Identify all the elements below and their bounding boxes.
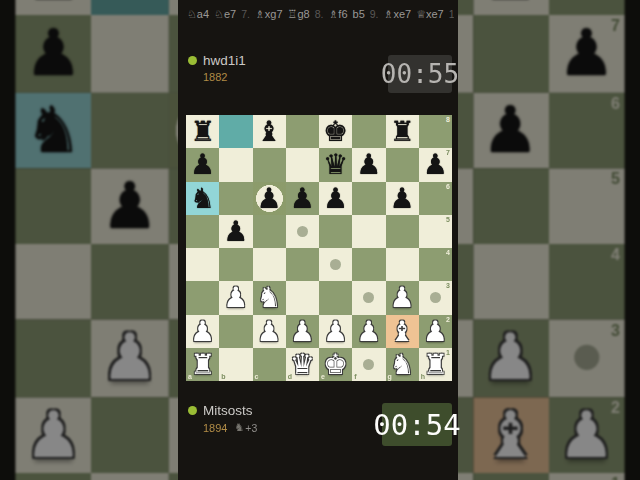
square-g6[interactable]: ♟ bbox=[386, 182, 419, 215]
black-pawn[interactable]: ♟ bbox=[25, 16, 83, 92]
move-hint-dot[interactable] bbox=[363, 359, 374, 370]
move[interactable]: ♗xe7 bbox=[384, 8, 412, 21]
square-e4[interactable] bbox=[319, 248, 352, 281]
square-c1[interactable]: c bbox=[253, 348, 286, 381]
square-h2[interactable]: ♟2 bbox=[548, 396, 624, 472]
square-a5[interactable] bbox=[186, 215, 219, 248]
square-g2[interactable]: ♝ bbox=[472, 396, 548, 472]
white-pawn[interactable]: ♟ bbox=[558, 397, 616, 473]
square-a7[interactable]: ♟ bbox=[186, 148, 219, 181]
square-d2[interactable]: ♟ bbox=[286, 315, 319, 348]
move[interactable]: b5 bbox=[353, 8, 365, 20]
square-f3[interactable] bbox=[352, 281, 385, 314]
square-e8[interactable]: ♚ bbox=[319, 115, 352, 148]
square-g4[interactable] bbox=[472, 244, 548, 320]
square-h5[interactable]: 5 bbox=[548, 168, 624, 244]
white-king[interactable]: ♚ bbox=[323, 348, 348, 381]
chess-board[interactable]: ♜♝♚♜8♟♛♟♟7♞♟♟♟♟6♟54♟♞♟3♟♟♟♟♟♝♟2♜abc♛d♚ef… bbox=[186, 115, 452, 381]
square-h6[interactable]: 6 bbox=[548, 92, 624, 168]
square-h3[interactable]: 3 bbox=[548, 320, 624, 396]
square-g1[interactable]: ♞g bbox=[386, 348, 419, 381]
white-bishop[interactable]: ♝ bbox=[482, 397, 540, 473]
clock-bottom: 00:54 bbox=[382, 403, 452, 446]
black-pawn[interactable]: ♟ bbox=[423, 148, 448, 181]
square-a5[interactable] bbox=[15, 168, 91, 244]
square-b2[interactable] bbox=[219, 315, 252, 348]
square-b8[interactable] bbox=[92, 0, 168, 16]
white-pawn[interactable]: ♟ bbox=[482, 320, 540, 396]
black-bishop[interactable]: ♝ bbox=[257, 115, 282, 148]
rank-coordinate: 3 bbox=[446, 282, 450, 289]
white-pawn[interactable]: ♟ bbox=[257, 315, 282, 348]
square-d5[interactable] bbox=[286, 215, 319, 248]
square-c2[interactable]: ♟ bbox=[253, 315, 286, 348]
file-coordinate: f bbox=[354, 373, 356, 380]
black-pawn[interactable]: ♟ bbox=[356, 148, 381, 181]
white-pawn[interactable]: ♟ bbox=[356, 315, 381, 348]
square-b7[interactable] bbox=[92, 16, 168, 92]
black-pawn[interactable]: ♟ bbox=[257, 182, 282, 215]
white-rook[interactable]: ♜ bbox=[558, 473, 616, 480]
white-knight[interactable]: ♞ bbox=[482, 473, 540, 480]
square-d6[interactable]: ♟ bbox=[286, 182, 319, 215]
black-rook[interactable]: ♜ bbox=[482, 0, 540, 15]
square-d7[interactable] bbox=[286, 148, 319, 181]
square-b3[interactable]: ♟ bbox=[219, 281, 252, 314]
square-a7[interactable]: ♟ bbox=[15, 16, 91, 92]
square-b4[interactable] bbox=[92, 244, 168, 320]
square-g7[interactable] bbox=[386, 148, 419, 181]
move-number: 10. bbox=[449, 8, 454, 20]
square-h1[interactable]: ♜1h bbox=[419, 348, 452, 381]
square-c7[interactable] bbox=[253, 148, 286, 181]
square-b8[interactable] bbox=[219, 115, 252, 148]
square-g5[interactable] bbox=[386, 215, 419, 248]
square-h7[interactable]: ♟7 bbox=[419, 148, 452, 181]
square-h2[interactable]: ♟2 bbox=[419, 315, 452, 348]
move-hint-dot[interactable] bbox=[430, 292, 441, 303]
material-advantage: ♞ +3 bbox=[234, 421, 257, 434]
rank-coordinate: 5 bbox=[611, 170, 620, 186]
black-queen[interactable]: ♛ bbox=[323, 148, 348, 181]
square-h4[interactable]: 4 bbox=[548, 244, 624, 320]
rank-coordinate: 8 bbox=[446, 116, 450, 123]
black-pawn[interactable]: ♟ bbox=[323, 182, 348, 215]
square-g3[interactable]: ♟ bbox=[472, 320, 548, 396]
square-g8[interactable]: ♜ bbox=[386, 115, 419, 148]
square-c5[interactable] bbox=[253, 215, 286, 248]
square-b3[interactable]: ♟ bbox=[92, 320, 168, 396]
player-bottom-rating: 1894 bbox=[203, 422, 227, 434]
square-h3[interactable]: 3 bbox=[419, 281, 452, 314]
black-pawn[interactable]: ♟ bbox=[190, 148, 215, 181]
white-rook[interactable]: ♜ bbox=[190, 348, 215, 381]
square-b5[interactable]: ♟ bbox=[219, 215, 252, 248]
file-coordinate: b bbox=[221, 373, 225, 380]
square-h6[interactable]: 6 bbox=[419, 182, 452, 215]
square-c4[interactable] bbox=[253, 248, 286, 281]
square-f2[interactable]: ♟ bbox=[352, 315, 385, 348]
black-rook[interactable]: ♜ bbox=[390, 115, 415, 148]
square-g6[interactable]: ♟ bbox=[472, 92, 548, 168]
move[interactable]: ♘e7 bbox=[214, 8, 236, 21]
game-panel: ♘a4♘e77.♗xg7♖g88.♗f6b59.♗xe7♕xe710.♘c3♘a… bbox=[178, 0, 458, 480]
square-h7[interactable]: ♟7 bbox=[548, 16, 624, 92]
move-hint-dot[interactable] bbox=[363, 292, 374, 303]
black-rook[interactable]: ♜ bbox=[25, 0, 83, 15]
square-g3[interactable]: ♟ bbox=[386, 281, 419, 314]
square-c3[interactable]: ♞ bbox=[253, 281, 286, 314]
online-indicator bbox=[188, 406, 197, 415]
square-h1[interactable]: ♜1h bbox=[548, 472, 624, 480]
square-f5[interactable] bbox=[352, 215, 385, 248]
black-pawn[interactable]: ♟ bbox=[390, 182, 415, 215]
square-g2[interactable]: ♝ bbox=[386, 315, 419, 348]
player-bottom-name[interactable]: Mitsosts bbox=[203, 403, 253, 418]
square-g1[interactable]: ♞g bbox=[472, 472, 548, 480]
square-g8[interactable]: ♜ bbox=[472, 0, 548, 16]
square-a4[interactable] bbox=[186, 248, 219, 281]
square-b6[interactable] bbox=[219, 182, 252, 215]
square-e7[interactable]: ♛ bbox=[319, 148, 352, 181]
square-g5[interactable] bbox=[472, 168, 548, 244]
move[interactable]: ♕xe7 bbox=[416, 8, 444, 21]
move-hint-dot[interactable] bbox=[574, 346, 599, 371]
white-knight[interactable]: ♞ bbox=[257, 281, 282, 314]
black-king[interactable]: ♚ bbox=[323, 115, 348, 148]
player-top: hwd1i1 1882 00:55 bbox=[188, 53, 452, 99]
online-indicator bbox=[188, 56, 197, 65]
move-number: 7. bbox=[241, 8, 250, 20]
black-pawn[interactable]: ♟ bbox=[290, 182, 315, 215]
white-pawn[interactable]: ♟ bbox=[390, 281, 415, 314]
move[interactable]: ♗f6 bbox=[328, 8, 347, 21]
square-b2[interactable] bbox=[92, 396, 168, 472]
rank-coordinate: 5 bbox=[446, 216, 450, 223]
black-pawn[interactable]: ♟ bbox=[223, 215, 248, 248]
black-pawn[interactable]: ♟ bbox=[558, 16, 616, 92]
square-b1[interactable]: b bbox=[219, 348, 252, 381]
player-top-rating: 1882 bbox=[203, 71, 227, 83]
square-d8[interactable] bbox=[286, 115, 319, 148]
square-a8[interactable]: ♜ bbox=[186, 115, 219, 148]
white-pawn[interactable]: ♟ bbox=[101, 320, 159, 396]
player-top-name[interactable]: hwd1i1 bbox=[203, 53, 246, 68]
square-d1[interactable]: ♛d bbox=[286, 348, 319, 381]
square-a2[interactable]: ♟ bbox=[15, 396, 91, 472]
black-pawn[interactable]: ♟ bbox=[482, 92, 540, 168]
square-c8[interactable]: ♝ bbox=[253, 115, 286, 148]
square-h5[interactable]: 5 bbox=[419, 215, 452, 248]
screenshot-root: ♜♝♚♜8♟♛♟♟7♞♟♟♟♟6♟54♟♞♟3♟♟♟♟♟♝♟2♜abc♛d♚ef… bbox=[0, 0, 640, 480]
white-rook[interactable]: ♜ bbox=[423, 348, 448, 381]
square-d3[interactable] bbox=[286, 281, 319, 314]
square-b6[interactable] bbox=[92, 92, 168, 168]
square-a1[interactable]: ♜a bbox=[15, 472, 91, 480]
white-knight[interactable]: ♞ bbox=[390, 348, 415, 381]
move[interactable]: ♗xg7 bbox=[255, 8, 283, 21]
square-d4[interactable] bbox=[286, 248, 319, 281]
square-a4[interactable] bbox=[15, 244, 91, 320]
square-b5[interactable]: ♟ bbox=[92, 168, 168, 244]
square-a3[interactable] bbox=[186, 281, 219, 314]
move[interactable]: ♖g8 bbox=[288, 8, 310, 21]
white-queen[interactable]: ♛ bbox=[290, 348, 315, 381]
square-e2[interactable]: ♟ bbox=[319, 315, 352, 348]
square-a1[interactable]: ♜a bbox=[186, 348, 219, 381]
square-f8[interactable] bbox=[352, 115, 385, 148]
square-b1[interactable]: b bbox=[92, 472, 168, 480]
square-g4[interactable] bbox=[386, 248, 419, 281]
rank-coordinate: 6 bbox=[446, 183, 450, 190]
player-bottom: Mitsosts 1894 ♞ +3 00:54 bbox=[188, 403, 452, 449]
black-knight[interactable]: ♞ bbox=[25, 92, 83, 168]
white-pawn[interactable]: ♟ bbox=[190, 315, 215, 348]
white-bishop[interactable]: ♝ bbox=[390, 315, 415, 348]
rank-coordinate: 6 bbox=[611, 94, 620, 110]
square-a8[interactable]: ♜ bbox=[15, 0, 91, 16]
square-e1[interactable]: ♚e bbox=[319, 348, 352, 381]
square-h8[interactable]: 8 bbox=[419, 115, 452, 148]
square-a3[interactable] bbox=[15, 320, 91, 396]
move[interactable]: ♘a4 bbox=[187, 8, 209, 21]
file-coordinate: c bbox=[255, 373, 259, 380]
rank-coordinate: 3 bbox=[611, 322, 620, 338]
rank-coordinate: 4 bbox=[611, 246, 620, 262]
square-a6[interactable]: ♞ bbox=[186, 182, 219, 215]
white-pawn[interactable]: ♟ bbox=[223, 281, 248, 314]
move-number: 9. bbox=[370, 8, 379, 20]
white-rook[interactable]: ♜ bbox=[25, 473, 83, 480]
square-a6[interactable]: ♞ bbox=[15, 92, 91, 168]
black-pawn[interactable]: ♟ bbox=[101, 168, 159, 244]
rank-coordinate: 4 bbox=[446, 249, 450, 256]
white-pawn[interactable]: ♟ bbox=[25, 397, 83, 473]
clock-top: 00:55 bbox=[388, 55, 452, 93]
square-f7[interactable]: ♟ bbox=[352, 148, 385, 181]
square-g7[interactable] bbox=[472, 16, 548, 92]
square-e3[interactable] bbox=[319, 281, 352, 314]
square-h8[interactable]: 8 bbox=[548, 0, 624, 16]
black-knight[interactable]: ♞ bbox=[190, 182, 215, 215]
white-pawn[interactable]: ♟ bbox=[423, 315, 448, 348]
square-f4[interactable] bbox=[352, 248, 385, 281]
square-a2[interactable]: ♟ bbox=[186, 315, 219, 348]
move-hint-dot[interactable] bbox=[330, 259, 341, 270]
move-list: ♘a4♘e77.♗xg7♖g88.♗f6b59.♗xe7♕xe710.♘c3♘a… bbox=[187, 8, 454, 21]
move-hint-dot[interactable] bbox=[297, 226, 308, 237]
material-diff-value: +3 bbox=[245, 422, 257, 434]
square-e5[interactable] bbox=[319, 215, 352, 248]
square-f1[interactable]: f bbox=[352, 348, 385, 381]
white-pawn[interactable]: ♟ bbox=[290, 315, 315, 348]
square-b4[interactable] bbox=[219, 248, 252, 281]
square-f6[interactable] bbox=[352, 182, 385, 215]
square-b7[interactable] bbox=[219, 148, 252, 181]
square-e6[interactable]: ♟ bbox=[319, 182, 352, 215]
black-rook[interactable]: ♜ bbox=[190, 115, 215, 148]
white-pawn[interactable]: ♟ bbox=[323, 315, 348, 348]
square-c6[interactable]: ♟ bbox=[253, 182, 286, 215]
move-number: 8. bbox=[315, 8, 324, 20]
square-h4[interactable]: 4 bbox=[419, 248, 452, 281]
captured-knight-icon: ♞ bbox=[234, 421, 244, 434]
